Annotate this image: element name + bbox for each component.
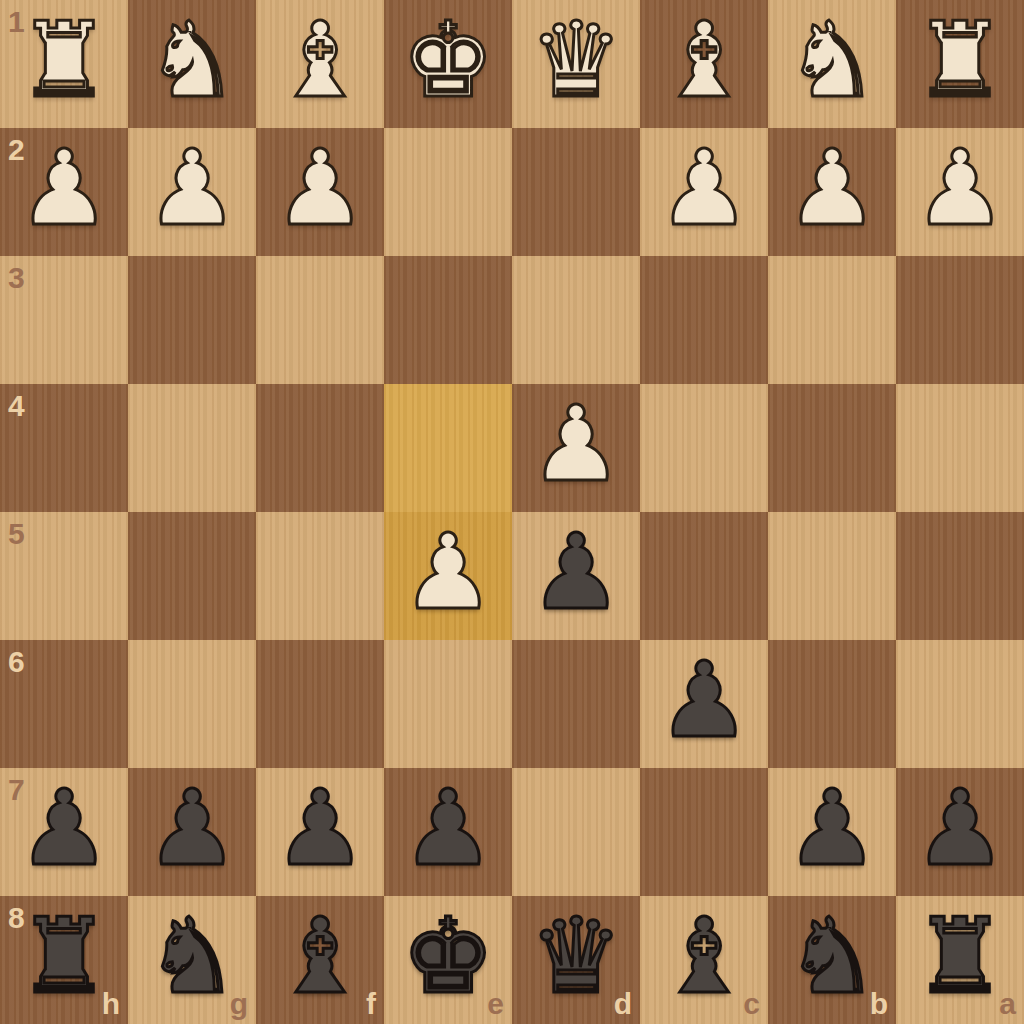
white-rook-icon[interactable]: ♜ <box>913 8 1006 112</box>
square-c7[interactable] <box>640 768 768 896</box>
white-king-icon[interactable]: ♚ <box>401 8 494 112</box>
black-pawn-icon[interactable]: ♟ <box>273 776 366 880</box>
square-g7[interactable]: ♟ <box>128 768 256 896</box>
square-f8[interactable]: ♝f <box>256 896 384 1024</box>
square-a7[interactable]: ♟ <box>896 768 1024 896</box>
square-a4[interactable] <box>896 384 1024 512</box>
chess-board: ♜1♞♝♚♛♝♞♜♟2♟♟♟♟♟34♟5♟♟6♟♟7♟♟♟♟♟♜8h♞g♝f♚e… <box>0 0 1024 1024</box>
square-c1[interactable]: ♝ <box>640 0 768 128</box>
rank-label-7: 7 <box>8 775 25 805</box>
rank-label-5: 5 <box>8 519 25 549</box>
square-h1[interactable]: ♜1 <box>0 0 128 128</box>
square-f3[interactable] <box>256 256 384 384</box>
rank-label-4: 4 <box>8 391 25 421</box>
square-d6[interactable] <box>512 640 640 768</box>
white-pawn-icon[interactable]: ♟ <box>401 520 494 624</box>
black-bishop-icon[interactable]: ♝ <box>657 904 750 1008</box>
square-a8[interactable]: ♜a <box>896 896 1024 1024</box>
black-king-icon[interactable]: ♚ <box>401 904 494 1008</box>
square-f1[interactable]: ♝ <box>256 0 384 128</box>
rank-label-2: 2 <box>8 135 25 165</box>
file-label-g: g <box>230 989 248 1019</box>
square-f5[interactable] <box>256 512 384 640</box>
rank-label-1: 1 <box>8 7 25 37</box>
black-knight-icon[interactable]: ♞ <box>145 904 238 1008</box>
square-e1[interactable]: ♚ <box>384 0 512 128</box>
square-d3[interactable] <box>512 256 640 384</box>
square-c8[interactable]: ♝c <box>640 896 768 1024</box>
square-b4[interactable] <box>768 384 896 512</box>
square-e5[interactable]: ♟ <box>384 512 512 640</box>
square-g1[interactable]: ♞ <box>128 0 256 128</box>
square-h5[interactable]: 5 <box>0 512 128 640</box>
square-a1[interactable]: ♜ <box>896 0 1024 128</box>
white-pawn-icon[interactable]: ♟ <box>273 136 366 240</box>
square-d1[interactable]: ♛ <box>512 0 640 128</box>
black-knight-icon[interactable]: ♞ <box>785 904 878 1008</box>
square-b1[interactable]: ♞ <box>768 0 896 128</box>
file-label-a: a <box>999 989 1016 1019</box>
square-b2[interactable]: ♟ <box>768 128 896 256</box>
square-b3[interactable] <box>768 256 896 384</box>
black-queen-icon[interactable]: ♛ <box>529 904 622 1008</box>
square-d2[interactable] <box>512 128 640 256</box>
square-b6[interactable] <box>768 640 896 768</box>
square-a6[interactable] <box>896 640 1024 768</box>
square-e4[interactable] <box>384 384 512 512</box>
square-g3[interactable] <box>128 256 256 384</box>
square-d4[interactable]: ♟ <box>512 384 640 512</box>
square-e6[interactable] <box>384 640 512 768</box>
square-c6[interactable]: ♟ <box>640 640 768 768</box>
white-pawn-icon[interactable]: ♟ <box>913 136 1006 240</box>
rank-label-6: 6 <box>8 647 25 677</box>
square-f2[interactable]: ♟ <box>256 128 384 256</box>
square-e3[interactable] <box>384 256 512 384</box>
square-e2[interactable] <box>384 128 512 256</box>
black-pawn-icon[interactable]: ♟ <box>913 776 1006 880</box>
white-knight-icon[interactable]: ♞ <box>145 8 238 112</box>
black-pawn-icon[interactable]: ♟ <box>529 520 622 624</box>
square-h7[interactable]: ♟7 <box>0 768 128 896</box>
square-h8[interactable]: ♜8h <box>0 896 128 1024</box>
rank-label-3: 3 <box>8 263 25 293</box>
square-g4[interactable] <box>128 384 256 512</box>
white-knight-icon[interactable]: ♞ <box>785 8 878 112</box>
square-h3[interactable]: 3 <box>0 256 128 384</box>
file-label-d: d <box>614 989 632 1019</box>
square-c2[interactable]: ♟ <box>640 128 768 256</box>
file-label-h: h <box>102 989 120 1019</box>
square-b7[interactable]: ♟ <box>768 768 896 896</box>
black-rook-icon[interactable]: ♜ <box>17 904 110 1008</box>
black-bishop-icon[interactable]: ♝ <box>273 904 366 1008</box>
white-queen-icon[interactable]: ♛ <box>529 8 622 112</box>
black-pawn-icon[interactable]: ♟ <box>657 648 750 752</box>
square-g5[interactable] <box>128 512 256 640</box>
square-c3[interactable] <box>640 256 768 384</box>
white-pawn-icon[interactable]: ♟ <box>17 136 110 240</box>
black-pawn-icon[interactable]: ♟ <box>17 776 110 880</box>
square-f4[interactable] <box>256 384 384 512</box>
square-d7[interactable] <box>512 768 640 896</box>
square-g6[interactable] <box>128 640 256 768</box>
black-pawn-icon[interactable]: ♟ <box>785 776 878 880</box>
square-f6[interactable] <box>256 640 384 768</box>
square-b8[interactable]: ♞b <box>768 896 896 1024</box>
file-label-e: e <box>487 989 504 1019</box>
white-pawn-icon[interactable]: ♟ <box>145 136 238 240</box>
white-bishop-icon[interactable]: ♝ <box>657 8 750 112</box>
square-d5[interactable]: ♟ <box>512 512 640 640</box>
white-pawn-icon[interactable]: ♟ <box>785 136 878 240</box>
square-h6[interactable]: 6 <box>0 640 128 768</box>
square-c4[interactable] <box>640 384 768 512</box>
square-f7[interactable]: ♟ <box>256 768 384 896</box>
square-h2[interactable]: ♟2 <box>0 128 128 256</box>
black-pawn-icon[interactable]: ♟ <box>401 776 494 880</box>
square-h4[interactable]: 4 <box>0 384 128 512</box>
file-label-c: c <box>743 989 760 1019</box>
white-pawn-icon[interactable]: ♟ <box>657 136 750 240</box>
square-c5[interactable] <box>640 512 768 640</box>
rank-label-8: 8 <box>8 903 25 933</box>
square-g8[interactable]: ♞g <box>128 896 256 1024</box>
file-label-f: f <box>366 989 376 1019</box>
square-a2[interactable]: ♟ <box>896 128 1024 256</box>
white-rook-icon[interactable]: ♜ <box>17 8 110 112</box>
square-e8[interactable]: ♚e <box>384 896 512 1024</box>
square-e7[interactable]: ♟ <box>384 768 512 896</box>
square-b5[interactable] <box>768 512 896 640</box>
square-a5[interactable] <box>896 512 1024 640</box>
square-g2[interactable]: ♟ <box>128 128 256 256</box>
white-bishop-icon[interactable]: ♝ <box>273 8 366 112</box>
square-a3[interactable] <box>896 256 1024 384</box>
black-pawn-icon[interactable]: ♟ <box>145 776 238 880</box>
square-d8[interactable]: ♛d <box>512 896 640 1024</box>
black-rook-icon[interactable]: ♜ <box>913 904 1006 1008</box>
file-label-b: b <box>870 989 888 1019</box>
white-pawn-icon[interactable]: ♟ <box>529 392 622 496</box>
